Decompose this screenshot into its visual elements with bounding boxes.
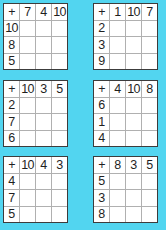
row-header-cell: 6: [4, 131, 19, 147]
col-header-cell: 5: [52, 81, 67, 97]
answer-cell[interactable]: [52, 174, 67, 190]
col-header-cell: 3: [126, 157, 141, 173]
answer-cell[interactable]: [36, 114, 51, 130]
answer-cell[interactable]: [110, 37, 125, 53]
answer-cell[interactable]: [20, 190, 35, 206]
answer-cell[interactable]: [142, 21, 157, 37]
col-header-cell: 3: [36, 81, 51, 97]
plus-operator-cell: +: [4, 81, 19, 97]
addition-board-top-right: + 1 10 7 2 3 9: [93, 3, 158, 70]
row-header-cell: 10: [4, 21, 19, 37]
answer-cell[interactable]: [52, 114, 67, 130]
answer-cell[interactable]: [52, 21, 67, 37]
row-header-cell: 2: [94, 21, 109, 37]
answer-cell[interactable]: [110, 207, 125, 223]
answer-cell[interactable]: [36, 131, 51, 147]
row-header-cell: 4: [4, 174, 19, 190]
col-header-cell: 10: [126, 4, 141, 20]
col-header-cell: 5: [142, 157, 157, 173]
answer-cell[interactable]: [110, 174, 125, 190]
answer-cell[interactable]: [142, 98, 157, 114]
col-header-cell: 4: [36, 157, 51, 173]
answer-cell[interactable]: [126, 98, 141, 114]
answer-cell[interactable]: [126, 190, 141, 206]
worksheet-page: + 7 4 10 10 8 5 + 1 10 7 2 3 9 +: [0, 0, 166, 230]
row-header-cell: 2: [4, 98, 19, 114]
answer-cell[interactable]: [142, 54, 157, 70]
answer-cell[interactable]: [36, 207, 51, 223]
answer-cell[interactable]: [110, 190, 125, 206]
col-header-cell: 4: [36, 4, 51, 20]
answer-cell[interactable]: [36, 21, 51, 37]
row-header-cell: 1: [94, 114, 109, 130]
answer-cell[interactable]: [20, 207, 35, 223]
row-header-cell: 7: [4, 190, 19, 206]
answer-cell[interactable]: [20, 37, 35, 53]
row-header-cell: 6: [94, 98, 109, 114]
answer-cell[interactable]: [20, 98, 35, 114]
answer-cell[interactable]: [126, 174, 141, 190]
col-header-cell: 10: [52, 4, 67, 20]
col-header-cell: 7: [20, 4, 35, 20]
answer-cell[interactable]: [142, 114, 157, 130]
addition-board-middle-left: + 10 3 5 2 7 6: [3, 80, 68, 147]
answer-cell[interactable]: [20, 54, 35, 70]
answer-cell[interactable]: [52, 207, 67, 223]
col-header-cell: 8: [110, 157, 125, 173]
answer-cell[interactable]: [36, 174, 51, 190]
answer-cell[interactable]: [52, 131, 67, 147]
answer-cell[interactable]: [126, 114, 141, 130]
row-header-cell: 9: [94, 54, 109, 70]
answer-cell[interactable]: [142, 37, 157, 53]
answer-cell[interactable]: [36, 190, 51, 206]
col-header-cell: 1: [110, 4, 125, 20]
answer-cell[interactable]: [20, 114, 35, 130]
row-header-cell: 4: [94, 131, 109, 147]
answer-cell[interactable]: [110, 98, 125, 114]
addition-board-bottom-right: + 8 3 5 5 3 8: [93, 156, 158, 223]
answer-cell[interactable]: [36, 98, 51, 114]
answer-cell[interactable]: [142, 190, 157, 206]
answer-cell[interactable]: [126, 131, 141, 147]
answer-cell[interactable]: [110, 114, 125, 130]
col-header-cell: 10: [20, 157, 35, 173]
answer-cell[interactable]: [20, 174, 35, 190]
plus-operator-cell: +: [94, 81, 109, 97]
plus-operator-cell: +: [94, 4, 109, 20]
answer-cell[interactable]: [20, 21, 35, 37]
col-header-cell: 4: [110, 81, 125, 97]
row-header-cell: 3: [94, 190, 109, 206]
plus-operator-cell: +: [4, 157, 19, 173]
answer-cell[interactable]: [52, 190, 67, 206]
answer-cell[interactable]: [52, 54, 67, 70]
row-header-cell: 5: [94, 174, 109, 190]
answer-cell[interactable]: [110, 54, 125, 70]
row-header-cell: 3: [94, 37, 109, 53]
addition-board-top-left: + 7 4 10 10 8 5: [3, 3, 68, 70]
answer-cell[interactable]: [126, 37, 141, 53]
answer-cell[interactable]: [36, 37, 51, 53]
row-header-cell: 5: [4, 207, 19, 223]
row-header-cell: 8: [4, 37, 19, 53]
answer-cell[interactable]: [142, 174, 157, 190]
col-header-cell: 10: [20, 81, 35, 97]
col-header-cell: 7: [142, 4, 157, 20]
answer-cell[interactable]: [126, 207, 141, 223]
answer-cell[interactable]: [110, 131, 125, 147]
addition-board-bottom-left: + 10 4 3 4 7 5: [3, 156, 68, 223]
answer-cell[interactable]: [142, 131, 157, 147]
row-header-cell: 8: [94, 207, 109, 223]
col-header-cell: 8: [142, 81, 157, 97]
plus-operator-cell: +: [4, 4, 19, 20]
col-header-cell: 3: [52, 157, 67, 173]
row-header-cell: 5: [4, 54, 19, 70]
answer-cell[interactable]: [126, 54, 141, 70]
answer-cell[interactable]: [126, 21, 141, 37]
answer-cell[interactable]: [52, 37, 67, 53]
answer-cell[interactable]: [52, 98, 67, 114]
row-header-cell: 7: [4, 114, 19, 130]
answer-cell[interactable]: [20, 131, 35, 147]
answer-cell[interactable]: [110, 21, 125, 37]
answer-cell[interactable]: [142, 207, 157, 223]
addition-board-middle-right: + 4 10 8 6 1 4: [93, 80, 158, 147]
answer-cell[interactable]: [36, 54, 51, 70]
col-header-cell: 10: [126, 81, 141, 97]
plus-operator-cell: +: [94, 157, 109, 173]
